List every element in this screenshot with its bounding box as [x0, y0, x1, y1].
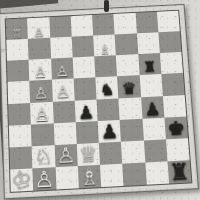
- square-d5[interactable]: [73, 78, 96, 101]
- white-pawn[interactable]: ♙: [55, 84, 70, 101]
- square-a8[interactable]: ♖: [6, 18, 28, 40]
- square-b5[interactable]: ♙: [30, 80, 53, 103]
- square-c4[interactable]: [52, 100, 75, 123]
- square-c7[interactable]: [50, 37, 73, 59]
- white-king-toppled[interactable]: ♔: [9, 166, 34, 193]
- square-e3[interactable]: ♟: [98, 120, 121, 143]
- square-e7[interactable]: ♗: [93, 35, 116, 57]
- square-c5[interactable]: ♙: [51, 79, 74, 102]
- square-g3[interactable]: [142, 117, 166, 140]
- square-d2[interactable]: ♕: [77, 143, 100, 166]
- square-f3[interactable]: [120, 118, 144, 141]
- square-a1[interactable]: ♔: [10, 168, 33, 192]
- square-g1[interactable]: [145, 161, 169, 185]
- square-a7[interactable]: [6, 39, 28, 61]
- square-f2[interactable]: [121, 140, 145, 163]
- square-b2[interactable]: ♘: [32, 145, 55, 168]
- white-pawn[interactable]: ♙: [33, 27, 44, 39]
- square-h8[interactable]: [157, 11, 180, 33]
- black-king[interactable]: ♚: [167, 119, 186, 139]
- square-c1[interactable]: [55, 166, 79, 190]
- square-e8[interactable]: [92, 14, 115, 36]
- square-d1[interactable]: ♗: [78, 165, 102, 189]
- square-a5[interactable]: [8, 81, 31, 104]
- square-a4[interactable]: [8, 103, 31, 126]
- square-d8[interactable]: [70, 15, 93, 37]
- square-e4[interactable]: [97, 98, 120, 121]
- square-b8[interactable]: ♙: [27, 17, 49, 39]
- square-h6[interactable]: [160, 52, 183, 74]
- square-g7[interactable]: [136, 32, 159, 54]
- black-rook[interactable]: ♜: [168, 160, 190, 184]
- square-f1[interactable]: [122, 162, 146, 186]
- square-a3[interactable]: [9, 124, 32, 147]
- square-c3[interactable]: [53, 122, 76, 145]
- square-f4[interactable]: [119, 97, 142, 120]
- square-g2[interactable]: [143, 139, 167, 162]
- square-f7[interactable]: [115, 33, 138, 55]
- square-d6[interactable]: [72, 57, 95, 79]
- board-edge-text: ©: [0, 46, 6, 54]
- square-h4[interactable]: [163, 95, 187, 118]
- white-rook[interactable]: ♖: [12, 28, 23, 40]
- black-pawn[interactable]: ♟: [144, 100, 161, 118]
- square-h2[interactable]: [166, 138, 190, 161]
- square-d3[interactable]: [75, 121, 98, 144]
- square-h5[interactable]: [161, 73, 185, 95]
- square-e2[interactable]: [99, 141, 123, 164]
- square-c6[interactable]: ♙: [51, 58, 74, 80]
- square-f6[interactable]: [116, 54, 139, 76]
- square-g4[interactable]: ♟: [141, 96, 165, 119]
- white-pawn[interactable]: ♙: [55, 65, 69, 80]
- black-pawn[interactable]: ♟: [100, 122, 119, 142]
- offboard-black-piece-tip: [104, 0, 109, 12]
- square-h3[interactable]: ♚: [164, 116, 188, 139]
- black-pawn[interactable]: ♟: [78, 103, 95, 121]
- square-g8[interactable]: [135, 12, 158, 34]
- square-b3[interactable]: [31, 123, 54, 146]
- table-edge-shadow-top: [0, 0, 58, 9]
- white-bishop[interactable]: ♗: [79, 164, 101, 188]
- white-bishop[interactable]: ♗: [99, 43, 112, 56]
- white-queen[interactable]: ♕: [78, 144, 98, 166]
- square-h1[interactable]: ♜: [167, 160, 191, 184]
- square-g5[interactable]: [139, 74, 162, 96]
- white-pawn[interactable]: ♙: [33, 66, 47, 81]
- square-b4[interactable]: ♙: [30, 101, 53, 124]
- square-g6[interactable]: ♜: [138, 53, 161, 75]
- white-pawn[interactable]: ♙: [56, 145, 76, 167]
- black-knight[interactable]: ♞: [99, 82, 115, 99]
- square-b1[interactable]: ♙: [33, 167, 56, 191]
- board-rim: © ♖♙♗♙♙♜♙♙♞♛♙♟♟♟♚♘♙♕♔♙♗♜: [0, 4, 199, 200]
- square-b7[interactable]: [28, 38, 51, 60]
- black-queen[interactable]: ♛: [121, 81, 137, 98]
- square-h7[interactable]: [158, 31, 181, 53]
- square-e1[interactable]: [100, 164, 124, 188]
- board-grid: ♖♙♗♙♙♜♙♙♞♛♙♟♟♟♚♘♙♕♔♙♗♜: [5, 10, 193, 193]
- square-e5[interactable]: ♞: [95, 77, 118, 99]
- chess-board[interactable]: © ♖♙♗♙♙♜♙♙♞♛♙♟♟♟♚♘♙♕♔♙♗♜: [0, 4, 199, 200]
- white-pawn[interactable]: ♙: [33, 106, 50, 124]
- square-d4[interactable]: ♟: [74, 99, 97, 122]
- square-c2[interactable]: ♙: [54, 144, 77, 167]
- square-d7[interactable]: [71, 36, 94, 58]
- white-pawn[interactable]: ♙: [33, 86, 48, 103]
- white-pawn[interactable]: ♙: [34, 167, 55, 191]
- square-f8[interactable]: [114, 13, 137, 35]
- chessboard-photo: © ♖♙♗♙♙♜♙♙♞♛♙♟♟♟♚♘♙♕♔♙♗♜: [0, 0, 200, 200]
- square-e6[interactable]: [94, 55, 117, 77]
- square-c8[interactable]: [49, 16, 72, 38]
- black-rook[interactable]: ♜: [143, 60, 157, 75]
- square-f5[interactable]: ♛: [117, 75, 140, 97]
- white-knight[interactable]: ♘: [34, 146, 54, 168]
- square-a6[interactable]: [7, 60, 30, 82]
- square-a2[interactable]: [9, 146, 32, 169]
- square-b6[interactable]: ♙: [29, 59, 52, 81]
